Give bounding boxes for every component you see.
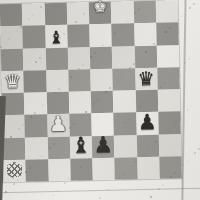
board-frame-edge-bottom [0, 187, 200, 193]
corner-marker [6, 162, 22, 179]
square-h8[interactable] [156, 0, 179, 23]
square-h7[interactable] [156, 22, 179, 45]
square-h3[interactable] [158, 111, 181, 134]
square-e7[interactable] [89, 24, 112, 47]
black-queen-g5[interactable]: ♛ [137, 69, 154, 88]
square-f7[interactable] [112, 23, 135, 46]
square-d4[interactable] [69, 91, 92, 114]
square-a3[interactable] [2, 115, 25, 138]
square-c5[interactable] [46, 69, 69, 92]
square-h6[interactable] [157, 45, 180, 68]
white-pawn-c3[interactable]: ♟ [49, 113, 68, 134]
square-b4[interactable] [24, 92, 47, 115]
square-b3[interactable] [25, 114, 48, 137]
board-frame-edge-right [181, 0, 186, 200]
square-h1[interactable] [159, 156, 182, 179]
square-b6[interactable] [23, 48, 46, 71]
square-b1[interactable] [26, 159, 49, 182]
square-h4[interactable] [158, 89, 181, 112]
square-e8[interactable]: ♚ [89, 2, 112, 25]
square-e5[interactable] [90, 68, 113, 91]
square-c3[interactable]: ♟ [47, 114, 70, 137]
square-h2[interactable] [159, 134, 182, 157]
square-e1[interactable] [92, 157, 115, 180]
square-g3[interactable]: ♟ [136, 112, 159, 135]
square-a2[interactable] [3, 137, 26, 160]
square-e2[interactable]: ♟ [92, 135, 115, 158]
black-pawn-g3[interactable]: ♟ [137, 111, 156, 132]
square-a6[interactable] [1, 48, 24, 71]
square-c2[interactable] [47, 136, 70, 159]
square-g2[interactable] [136, 134, 159, 157]
square-d7[interactable] [67, 24, 90, 47]
white-king-e8[interactable]: ♚ [93, 0, 108, 15]
chessboard-photo: ♚♝♛♛♟♟♝♟ [0, 0, 200, 200]
square-c6[interactable] [45, 47, 68, 70]
square-a1[interactable] [3, 159, 26, 182]
square-f5[interactable] [113, 68, 136, 91]
square-g7[interactable] [134, 23, 157, 46]
square-f4[interactable] [113, 90, 136, 113]
chess-board: ♚♝♛♛♟♟♝♟ [0, 0, 182, 182]
black-pawn-e2[interactable]: ♟ [93, 133, 113, 155]
square-d8[interactable] [67, 2, 90, 25]
square-c1[interactable] [48, 158, 71, 181]
square-d1[interactable] [70, 158, 93, 181]
black-bishop-d2[interactable]: ♝ [71, 134, 91, 156]
square-a5[interactable]: ♛ [1, 70, 24, 93]
square-d2[interactable]: ♝ [70, 136, 93, 159]
square-g5[interactable]: ♛ [135, 67, 158, 90]
square-a7[interactable] [0, 26, 23, 49]
square-f3[interactable] [114, 112, 137, 135]
square-b2[interactable] [25, 137, 48, 160]
square-b7[interactable] [23, 25, 46, 48]
square-f2[interactable] [114, 135, 137, 158]
white-queen-a5[interactable]: ♛ [4, 72, 21, 91]
square-f6[interactable] [112, 46, 135, 69]
square-h5[interactable] [157, 67, 180, 90]
square-e6[interactable] [90, 46, 113, 69]
square-a8[interactable] [0, 4, 23, 27]
square-b8[interactable] [22, 3, 45, 26]
square-d5[interactable] [68, 69, 91, 92]
square-g1[interactable] [137, 156, 160, 179]
board-margin: ♚♝♛♛♟♟♝♟ [0, 0, 200, 200]
square-f8[interactable] [111, 1, 134, 24]
square-f1[interactable] [115, 157, 138, 180]
black-bishop-c7[interactable]: ♝ [48, 28, 64, 45]
square-b5[interactable] [24, 70, 47, 93]
square-g6[interactable] [134, 45, 157, 68]
square-g8[interactable] [133, 1, 156, 24]
square-c8[interactable] [44, 3, 67, 26]
square-c7[interactable]: ♝ [45, 25, 68, 48]
square-d6[interactable] [68, 47, 91, 70]
square-e4[interactable] [91, 91, 114, 114]
